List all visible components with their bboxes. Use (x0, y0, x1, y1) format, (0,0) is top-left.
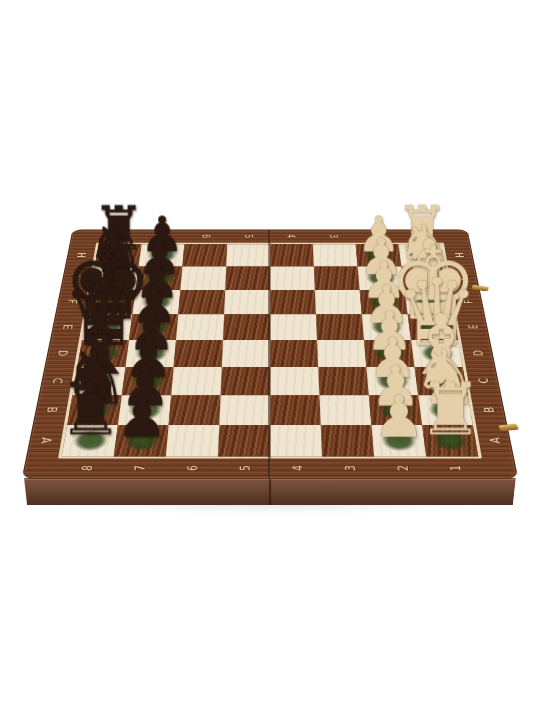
fold-seam-side (269, 479, 271, 505)
square-b5[interactable] (219, 395, 270, 425)
piece-white-R-a1[interactable]: ♜ (417, 373, 482, 445)
rank-label-near-2: 2 (388, 452, 416, 485)
square-g3[interactable] (314, 267, 360, 290)
square-g4[interactable] (270, 267, 315, 290)
fold-seam (268, 230, 271, 478)
square-b6[interactable] (169, 395, 221, 425)
square-c3[interactable] (318, 367, 369, 395)
board-front-side (24, 478, 516, 505)
piece-black-P-a7[interactable]: ♟ (116, 387, 168, 445)
square-h4[interactable] (270, 244, 314, 266)
square-g6[interactable] (180, 267, 226, 290)
rank-label-near-7: 7 (124, 452, 152, 485)
rank-label-near-4: 4 (284, 452, 309, 485)
square-d6[interactable] (174, 340, 223, 367)
square-f6[interactable] (178, 290, 225, 314)
square-d4[interactable] (270, 340, 318, 367)
photo-scene: 87654321 87654321 HGFEDCBA HGFEDCBA ♜♟♟♜… (0, 0, 540, 720)
board-top-face: 87654321 87654321 HGFEDCBA HGFEDCBA ♜♟♟♜… (23, 230, 517, 478)
rank-label-near-8: 8 (71, 452, 101, 485)
rank-label-near-3: 3 (336, 452, 363, 485)
square-c4[interactable] (270, 367, 319, 395)
square-h3[interactable] (313, 244, 358, 266)
rank-label-far-5: 5 (238, 226, 258, 247)
square-b4[interactable] (270, 395, 321, 425)
square-f3[interactable] (315, 290, 362, 314)
square-b3[interactable] (319, 395, 371, 425)
square-d3[interactable] (317, 340, 366, 367)
square-e4[interactable] (270, 314, 317, 340)
square-d5[interactable] (222, 340, 270, 367)
brass-clasp-icon (498, 424, 519, 432)
square-g5[interactable] (225, 267, 270, 290)
piece-black-R-a8[interactable]: ♜ (58, 373, 123, 445)
rank-label-near-1: 1 (439, 452, 469, 485)
square-f4[interactable] (270, 290, 316, 314)
square-c6[interactable] (171, 367, 222, 395)
square-e3[interactable] (316, 314, 364, 340)
rank-label-far-4: 4 (281, 226, 301, 247)
square-e5[interactable] (223, 314, 270, 340)
square-h5[interactable] (226, 244, 270, 266)
square-f5[interactable] (224, 290, 270, 314)
rank-label-near-6: 6 (178, 452, 205, 485)
square-c5[interactable] (221, 367, 270, 395)
square-e6[interactable] (176, 314, 224, 340)
chess-board: 87654321 87654321 HGFEDCBA HGFEDCBA ♜♟♟♜… (23, 230, 517, 478)
rank-label-near-5: 5 (231, 452, 256, 485)
piece-white-P-a2[interactable]: ♟ (372, 387, 424, 445)
square-h6[interactable] (182, 244, 227, 266)
rank-label-far-3: 3 (323, 226, 344, 247)
rank-label-far-6: 6 (195, 226, 216, 247)
